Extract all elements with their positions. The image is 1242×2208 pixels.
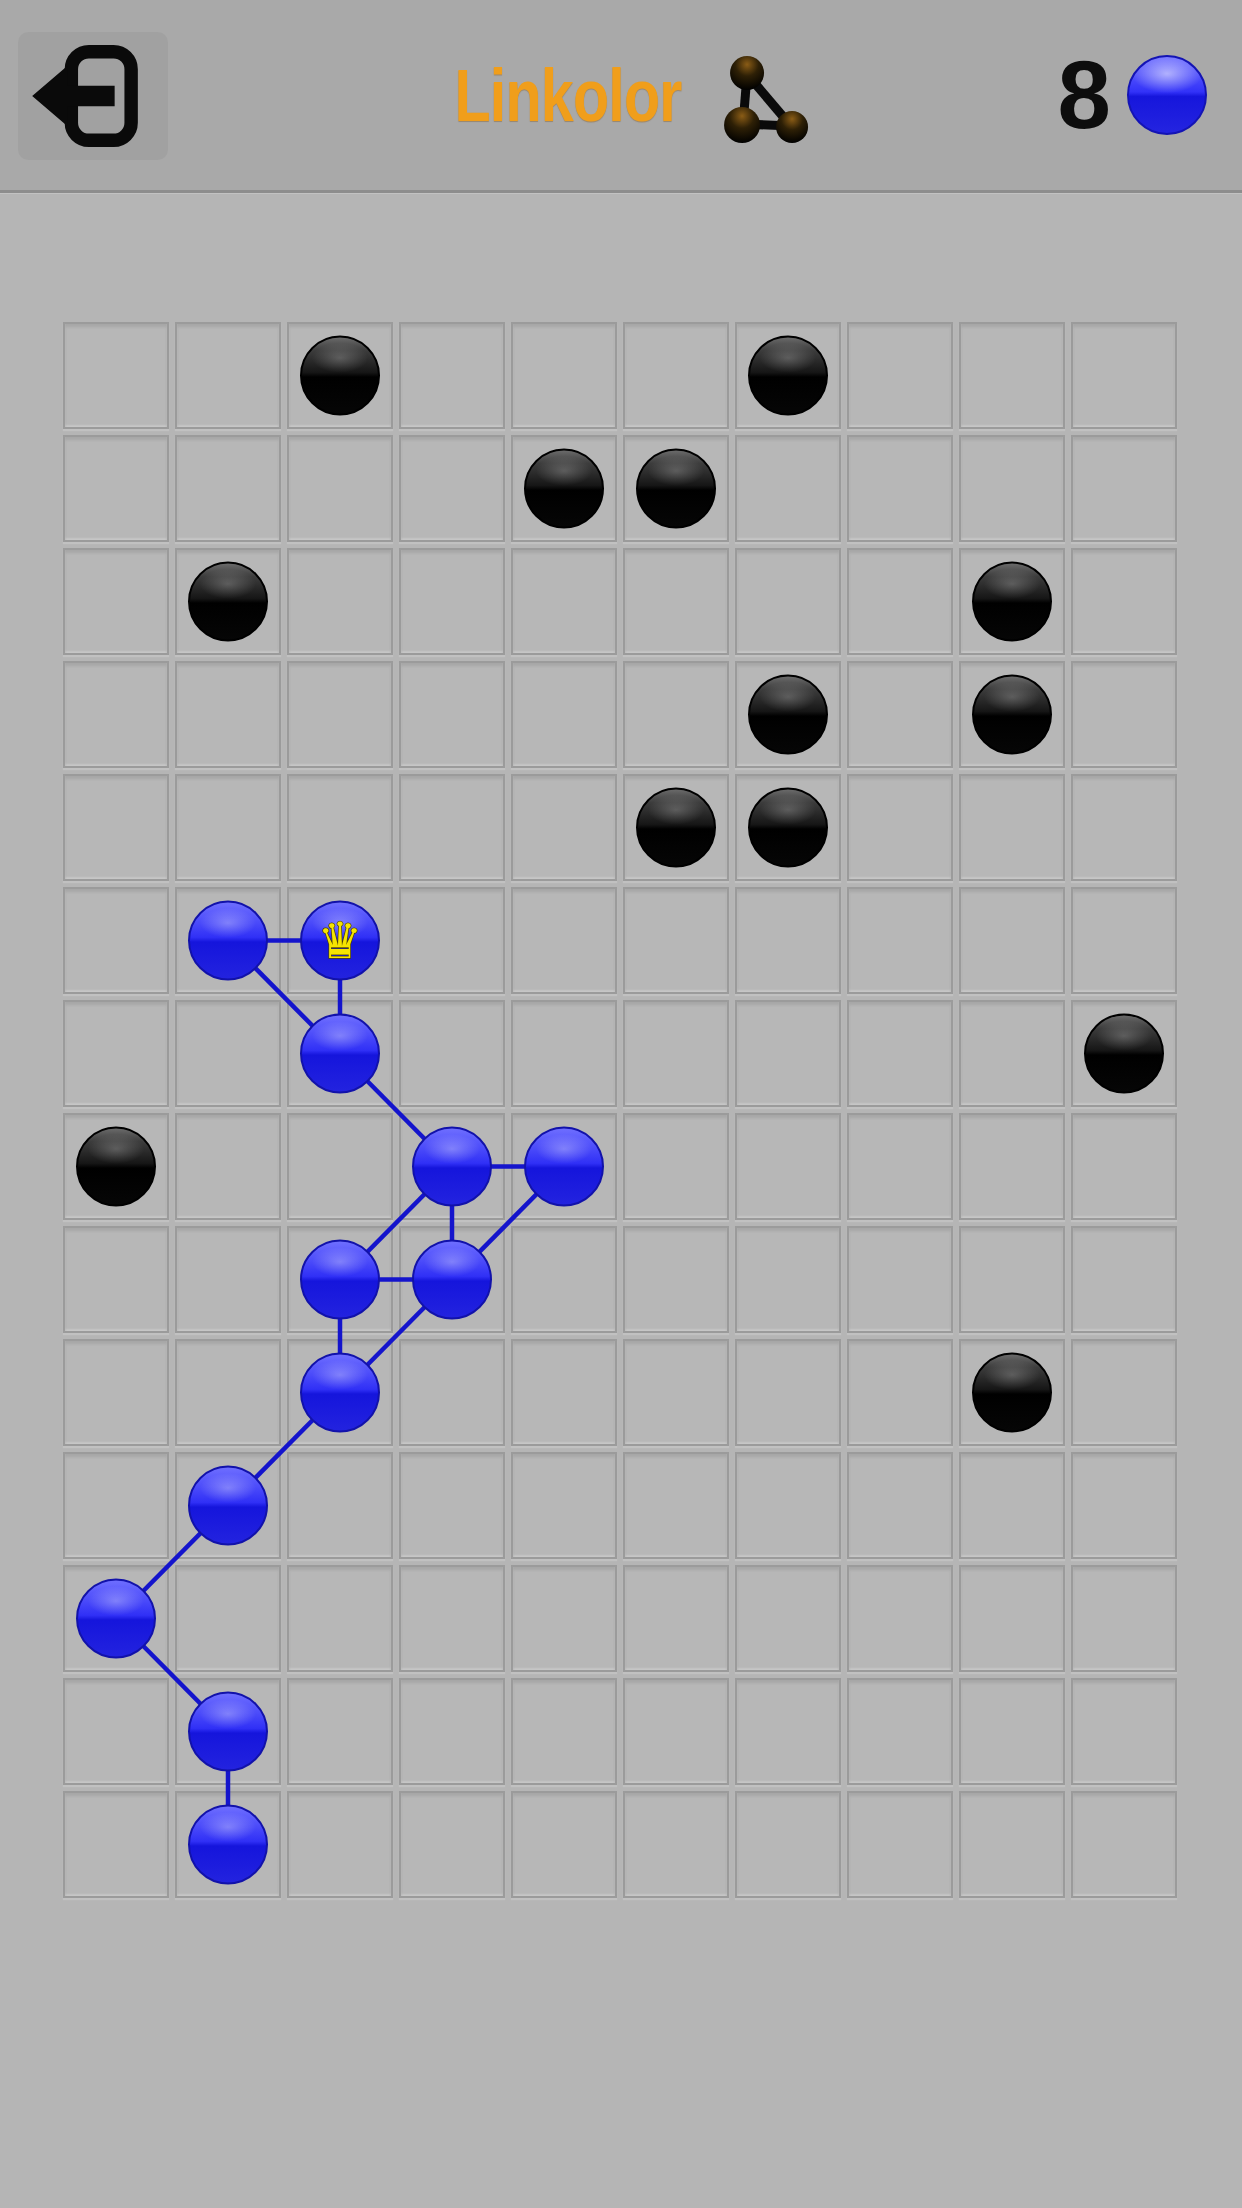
board-cell[interactable] xyxy=(1071,1226,1177,1333)
board-cell[interactable] xyxy=(287,1113,393,1220)
board-cell[interactable] xyxy=(399,548,505,655)
board-cell[interactable] xyxy=(959,1226,1065,1333)
board-cell[interactable] xyxy=(959,887,1065,994)
board-cell[interactable] xyxy=(287,1791,393,1898)
board-cell[interactable] xyxy=(63,1452,169,1559)
board-cell[interactable] xyxy=(959,435,1065,542)
board-cell[interactable] xyxy=(175,548,281,655)
board xyxy=(60,319,1180,1901)
board-cell[interactable] xyxy=(1071,887,1177,994)
board-cell[interactable] xyxy=(511,661,617,768)
board-cell[interactable] xyxy=(175,1339,281,1446)
board-cell[interactable] xyxy=(511,1452,617,1559)
board-cell[interactable] xyxy=(735,1339,841,1446)
board-cell[interactable] xyxy=(735,1000,841,1107)
board-cell[interactable] xyxy=(847,774,953,881)
board-cell[interactable] xyxy=(847,887,953,994)
board-cell[interactable] xyxy=(1071,548,1177,655)
board-cell[interactable] xyxy=(847,1452,953,1559)
board-cell[interactable] xyxy=(959,1791,1065,1898)
board-cell[interactable] xyxy=(623,435,729,542)
board-cell[interactable] xyxy=(287,548,393,655)
board-cell[interactable] xyxy=(959,1678,1065,1785)
board-cell[interactable] xyxy=(175,774,281,881)
board-cell[interactable] xyxy=(847,1113,953,1220)
remaining-counter: 8 xyxy=(1058,0,1207,190)
board-cell[interactable] xyxy=(735,661,841,768)
board-cell[interactable] xyxy=(847,1678,953,1785)
board-cell[interactable] xyxy=(735,1791,841,1898)
board-cell[interactable] xyxy=(735,1565,841,1672)
board-cell[interactable] xyxy=(63,1000,169,1107)
board-cell[interactable] xyxy=(399,1452,505,1559)
board-cell[interactable] xyxy=(735,774,841,881)
board-cell[interactable] xyxy=(63,1565,169,1672)
board-cell[interactable] xyxy=(175,1791,281,1898)
board-cell[interactable] xyxy=(623,1678,729,1785)
board-cell[interactable] xyxy=(847,1226,953,1333)
back-button[interactable] xyxy=(18,32,168,160)
board-cell[interactable] xyxy=(511,1000,617,1107)
board-cell[interactable] xyxy=(1071,1791,1177,1898)
remaining-count: 8 xyxy=(1058,47,1111,143)
board-cell[interactable] xyxy=(63,1226,169,1333)
board-cell[interactable] xyxy=(1071,1000,1177,1107)
board-cell[interactable] xyxy=(1071,1678,1177,1785)
board-cell[interactable] xyxy=(399,1565,505,1672)
board-cell[interactable] xyxy=(511,1565,617,1672)
board-cell[interactable] xyxy=(735,1452,841,1559)
board-cell[interactable] xyxy=(287,435,393,542)
board-cell[interactable] xyxy=(63,1339,169,1446)
board-cell[interactable] xyxy=(623,1565,729,1672)
board-cell[interactable] xyxy=(175,1565,281,1672)
graph-network-icon xyxy=(712,49,816,149)
board-cell[interactable] xyxy=(399,322,505,429)
board-cell[interactable] xyxy=(623,1113,729,1220)
board-cell[interactable] xyxy=(1071,435,1177,542)
board-cell[interactable] xyxy=(287,1339,393,1446)
board-cell[interactable] xyxy=(63,887,169,994)
board-cell[interactable] xyxy=(959,548,1065,655)
exit-arrow-icon xyxy=(26,40,160,152)
board-cell[interactable] xyxy=(287,322,393,429)
board-cell[interactable] xyxy=(735,548,841,655)
board-cell[interactable] xyxy=(175,435,281,542)
board-cell[interactable] xyxy=(1071,774,1177,881)
board-cell[interactable] xyxy=(959,1452,1065,1559)
board-cell[interactable] xyxy=(847,548,953,655)
board-cell[interactable] xyxy=(175,1452,281,1559)
board-cell[interactable] xyxy=(511,435,617,542)
board-cell[interactable] xyxy=(847,1339,953,1446)
board-cell[interactable] xyxy=(847,1565,953,1672)
board-cell[interactable] xyxy=(63,1791,169,1898)
board-cell[interactable] xyxy=(511,322,617,429)
board-cell[interactable] xyxy=(175,1678,281,1785)
board-cell[interactable] xyxy=(959,322,1065,429)
board-cell[interactable] xyxy=(287,887,393,994)
board-cell[interactable] xyxy=(1071,1113,1177,1220)
board-cell[interactable] xyxy=(735,1113,841,1220)
board-cell[interactable] xyxy=(399,661,505,768)
board-cell[interactable] xyxy=(399,887,505,994)
board-cell[interactable] xyxy=(735,1678,841,1785)
board-cell[interactable] xyxy=(287,774,393,881)
blue-ball-icon xyxy=(1127,55,1207,135)
board-cell[interactable] xyxy=(847,322,953,429)
board-cell[interactable] xyxy=(623,1791,729,1898)
board-cell[interactable] xyxy=(399,1678,505,1785)
board-cell[interactable] xyxy=(63,1678,169,1785)
board-cell[interactable] xyxy=(623,1226,729,1333)
board-cell[interactable] xyxy=(511,1678,617,1785)
board-cell[interactable] xyxy=(623,322,729,429)
board-cell[interactable] xyxy=(287,1452,393,1559)
board-cell[interactable] xyxy=(847,435,953,542)
board-cell[interactable] xyxy=(735,887,841,994)
board-cell[interactable] xyxy=(959,774,1065,881)
board-cell[interactable] xyxy=(623,1452,729,1559)
board-cell[interactable] xyxy=(287,1565,393,1672)
board-cell[interactable] xyxy=(1071,1452,1177,1559)
board-cell[interactable] xyxy=(175,1226,281,1333)
board-cell[interactable] xyxy=(175,1000,281,1107)
board-cell[interactable] xyxy=(175,1113,281,1220)
board-cell[interactable] xyxy=(511,1226,617,1333)
board-cell[interactable] xyxy=(399,1226,505,1333)
board-cell[interactable] xyxy=(63,435,169,542)
board-cell[interactable] xyxy=(1071,322,1177,429)
board-cell[interactable] xyxy=(1071,1565,1177,1672)
board-cell[interactable] xyxy=(959,1000,1065,1107)
board-cell[interactable] xyxy=(399,1113,505,1220)
board-cell[interactable] xyxy=(63,774,169,881)
board-cell[interactable] xyxy=(959,1113,1065,1220)
board-cell[interactable] xyxy=(623,774,729,881)
board-cell[interactable] xyxy=(959,1339,1065,1446)
board-cell[interactable] xyxy=(175,661,281,768)
board-cell[interactable] xyxy=(847,1000,953,1107)
app-title: Linkolor xyxy=(454,53,681,138)
board-cell[interactable] xyxy=(1071,661,1177,768)
board-cell[interactable] xyxy=(287,1226,393,1333)
board-cell[interactable] xyxy=(63,661,169,768)
board-cell[interactable] xyxy=(735,1226,841,1333)
board-cell[interactable] xyxy=(175,887,281,994)
board-cell[interactable] xyxy=(175,322,281,429)
board-cell[interactable] xyxy=(399,1000,505,1107)
board-cell[interactable] xyxy=(623,548,729,655)
board-cell[interactable] xyxy=(959,661,1065,768)
board-cell[interactable] xyxy=(399,1791,505,1898)
board-cell[interactable] xyxy=(1071,1339,1177,1446)
header: Linkolor 8 xyxy=(0,0,1242,193)
board-cell[interactable] xyxy=(847,661,953,768)
board-cell[interactable] xyxy=(63,322,169,429)
board-cell[interactable] xyxy=(623,1339,729,1446)
board-cell[interactable] xyxy=(287,1678,393,1785)
board-cell[interactable] xyxy=(623,661,729,768)
board-cell[interactable] xyxy=(511,1791,617,1898)
board-cell[interactable] xyxy=(623,887,729,994)
board-cell[interactable] xyxy=(511,1339,617,1446)
board-cell[interactable] xyxy=(511,887,617,994)
board-cell[interactable] xyxy=(623,1000,729,1107)
board-cell[interactable] xyxy=(399,774,505,881)
board-cell[interactable] xyxy=(511,1113,617,1220)
title-group: Linkolor xyxy=(426,0,816,190)
board-cell[interactable] xyxy=(287,1000,393,1107)
board-cell[interactable] xyxy=(511,774,617,881)
board-cell[interactable] xyxy=(399,435,505,542)
board-cell[interactable] xyxy=(287,661,393,768)
board-cell[interactable] xyxy=(959,1565,1065,1672)
board-cell[interactable] xyxy=(399,1339,505,1446)
board-cell[interactable] xyxy=(511,548,617,655)
board-cell[interactable] xyxy=(63,548,169,655)
board-cell[interactable] xyxy=(735,435,841,542)
board-cell[interactable] xyxy=(63,1113,169,1220)
board-cell[interactable] xyxy=(735,322,841,429)
board-cell[interactable] xyxy=(847,1791,953,1898)
